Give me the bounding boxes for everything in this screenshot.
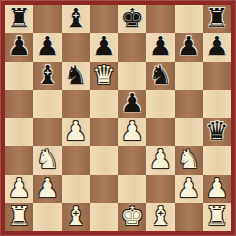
black-pawn[interactable]: ♟ bbox=[177, 33, 200, 59]
square-b3[interactable]: ♞ bbox=[33, 146, 61, 174]
square-g1[interactable] bbox=[175, 203, 203, 231]
white-pawn[interactable]: ♟ bbox=[36, 175, 59, 201]
square-d8[interactable] bbox=[90, 5, 118, 33]
square-e2[interactable] bbox=[118, 175, 146, 203]
square-g5[interactable] bbox=[175, 90, 203, 118]
white-bishop[interactable]: ♝ bbox=[64, 203, 87, 229]
square-d2[interactable] bbox=[90, 175, 118, 203]
square-e7[interactable] bbox=[118, 33, 146, 61]
square-h7[interactable]: ♟ bbox=[203, 33, 231, 61]
square-f6[interactable]: ♞ bbox=[146, 62, 174, 90]
square-a1[interactable]: ♜ bbox=[5, 203, 33, 231]
black-rook[interactable]: ♜ bbox=[205, 5, 228, 31]
black-rook[interactable]: ♜ bbox=[7, 5, 30, 31]
square-d3[interactable] bbox=[90, 146, 118, 174]
square-c3[interactable] bbox=[62, 146, 90, 174]
square-d6[interactable]: ♛ bbox=[90, 62, 118, 90]
white-knight[interactable]: ♞ bbox=[36, 146, 59, 172]
square-b8[interactable] bbox=[33, 5, 61, 33]
black-knight[interactable]: ♞ bbox=[149, 62, 172, 88]
square-c4[interactable]: ♟ bbox=[62, 118, 90, 146]
square-f3[interactable]: ♟ bbox=[146, 146, 174, 174]
black-bishop[interactable]: ♝ bbox=[64, 5, 87, 31]
square-e1[interactable]: ♚ bbox=[118, 203, 146, 231]
square-c6[interactable]: ♞ bbox=[62, 62, 90, 90]
square-c7[interactable] bbox=[62, 33, 90, 61]
black-bishop[interactable]: ♝ bbox=[36, 62, 59, 88]
white-rook[interactable]: ♜ bbox=[205, 203, 228, 229]
square-h4[interactable]: ♛ bbox=[203, 118, 231, 146]
black-pawn[interactable]: ♟ bbox=[92, 33, 115, 59]
white-pawn[interactable]: ♟ bbox=[7, 175, 30, 201]
black-pawn[interactable]: ♟ bbox=[7, 33, 30, 59]
chess-board-frame: ♜♝♚♜♟♟♟♟♟♟♝♞♛♞♟♟♟♛♞♟♞♟♟♟♟♜♝♚♝♜ bbox=[0, 0, 236, 236]
square-a8[interactable]: ♜ bbox=[5, 5, 33, 33]
square-a2[interactable]: ♟ bbox=[5, 175, 33, 203]
white-pawn[interactable]: ♟ bbox=[120, 118, 143, 144]
square-a7[interactable]: ♟ bbox=[5, 33, 33, 61]
square-f7[interactable]: ♟ bbox=[146, 33, 174, 61]
square-h5[interactable] bbox=[203, 90, 231, 118]
square-b1[interactable] bbox=[33, 203, 61, 231]
square-a3[interactable] bbox=[5, 146, 33, 174]
white-pawn[interactable]: ♟ bbox=[177, 175, 200, 201]
square-c1[interactable]: ♝ bbox=[62, 203, 90, 231]
square-g4[interactable] bbox=[175, 118, 203, 146]
black-pawn[interactable]: ♟ bbox=[36, 33, 59, 59]
white-rook[interactable]: ♜ bbox=[7, 203, 30, 229]
square-a6[interactable] bbox=[5, 62, 33, 90]
black-pawn[interactable]: ♟ bbox=[205, 33, 228, 59]
square-d7[interactable]: ♟ bbox=[90, 33, 118, 61]
black-pawn[interactable]: ♟ bbox=[149, 33, 172, 59]
square-g6[interactable] bbox=[175, 62, 203, 90]
square-e3[interactable] bbox=[118, 146, 146, 174]
square-b4[interactable] bbox=[33, 118, 61, 146]
square-f8[interactable] bbox=[146, 5, 174, 33]
chess-board: ♜♝♚♜♟♟♟♟♟♟♝♞♛♞♟♟♟♛♞♟♞♟♟♟♟♜♝♚♝♜ bbox=[5, 5, 231, 231]
square-b2[interactable]: ♟ bbox=[33, 175, 61, 203]
square-b7[interactable]: ♟ bbox=[33, 33, 61, 61]
square-h6[interactable] bbox=[203, 62, 231, 90]
white-knight[interactable]: ♞ bbox=[177, 146, 200, 172]
square-g3[interactable]: ♞ bbox=[175, 146, 203, 174]
white-king[interactable]: ♚ bbox=[120, 203, 143, 229]
black-king[interactable]: ♚ bbox=[120, 5, 143, 31]
square-g8[interactable] bbox=[175, 5, 203, 33]
square-f5[interactable] bbox=[146, 90, 174, 118]
square-e4[interactable]: ♟ bbox=[118, 118, 146, 146]
white-queen[interactable]: ♛ bbox=[92, 62, 115, 88]
black-pawn[interactable]: ♟ bbox=[120, 90, 143, 116]
square-a4[interactable] bbox=[5, 118, 33, 146]
square-h2[interactable]: ♟ bbox=[203, 175, 231, 203]
square-c8[interactable]: ♝ bbox=[62, 5, 90, 33]
square-g7[interactable]: ♟ bbox=[175, 33, 203, 61]
white-pawn[interactable]: ♟ bbox=[205, 175, 228, 201]
white-bishop[interactable]: ♝ bbox=[149, 203, 172, 229]
square-d4[interactable] bbox=[90, 118, 118, 146]
square-e5[interactable]: ♟ bbox=[118, 90, 146, 118]
square-f2[interactable] bbox=[146, 175, 174, 203]
square-f1[interactable]: ♝ bbox=[146, 203, 174, 231]
square-f4[interactable] bbox=[146, 118, 174, 146]
square-e8[interactable]: ♚ bbox=[118, 5, 146, 33]
black-knight[interactable]: ♞ bbox=[64, 62, 87, 88]
square-b5[interactable] bbox=[33, 90, 61, 118]
square-d1[interactable] bbox=[90, 203, 118, 231]
square-h3[interactable] bbox=[203, 146, 231, 174]
square-b6[interactable]: ♝ bbox=[33, 62, 61, 90]
square-h1[interactable]: ♜ bbox=[203, 203, 231, 231]
square-d5[interactable] bbox=[90, 90, 118, 118]
square-h8[interactable]: ♜ bbox=[203, 5, 231, 33]
square-c5[interactable] bbox=[62, 90, 90, 118]
square-g2[interactable]: ♟ bbox=[175, 175, 203, 203]
white-pawn[interactable]: ♟ bbox=[64, 118, 87, 144]
white-pawn[interactable]: ♟ bbox=[149, 146, 172, 172]
black-queen[interactable]: ♛ bbox=[205, 118, 228, 144]
square-e6[interactable] bbox=[118, 62, 146, 90]
square-c2[interactable] bbox=[62, 175, 90, 203]
square-a5[interactable] bbox=[5, 90, 33, 118]
